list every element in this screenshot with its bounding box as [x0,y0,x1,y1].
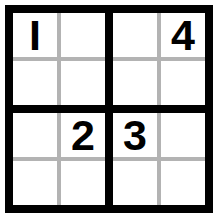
box-bottom-right: 3 [113,113,205,205]
sudoku-board: I 4 2 3 [5,5,213,213]
box-top-right: 4 [113,13,205,105]
cell-r1c3[interactable] [113,13,157,57]
cell-r4c1[interactable] [13,161,57,205]
cell-r3c3[interactable]: 3 [113,113,157,157]
cell-r3c1[interactable] [13,113,57,157]
cell-r3c2[interactable]: 2 [61,113,105,157]
cell-r1c1[interactable]: I [13,13,57,57]
cell-r2c1[interactable] [13,61,57,105]
cell-r1c4[interactable]: 4 [161,13,205,57]
cell-r1c2[interactable] [61,13,105,57]
cell-r4c4[interactable] [161,161,205,205]
cell-r2c2[interactable] [61,61,105,105]
box-top-left: I [13,13,105,105]
cell-r4c3[interactable] [113,161,157,205]
box-bottom-left: 2 [13,113,105,205]
cell-r2c3[interactable] [113,61,157,105]
cell-r2c4[interactable] [161,61,205,105]
cell-r4c2[interactable] [61,161,105,205]
cell-r3c4[interactable] [161,113,205,157]
